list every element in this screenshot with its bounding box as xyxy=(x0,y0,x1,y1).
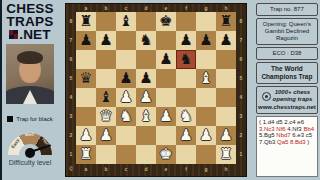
square-b2[interactable]: ♟ xyxy=(96,126,116,145)
square-e1[interactable]: ♚ xyxy=(156,145,176,164)
square-a8[interactable]: ♜ xyxy=(76,12,96,31)
coord-label-6: 6 xyxy=(236,50,246,69)
square-d2[interactable] xyxy=(136,126,156,145)
square-f4[interactable] xyxy=(176,88,196,107)
square-h3[interactable] xyxy=(216,107,236,126)
square-c2[interactable] xyxy=(116,126,136,145)
square-b3[interactable]: ♛ xyxy=(96,107,116,126)
white-pawn: ♟ xyxy=(96,126,116,145)
board-corner-mark: © xyxy=(66,164,76,176)
square-e2[interactable] xyxy=(156,126,176,145)
square-d5[interactable]: ♟ xyxy=(136,69,156,88)
square-e8[interactable]: ♚ xyxy=(156,12,176,31)
presenter-photo xyxy=(6,44,54,104)
square-d6[interactable] xyxy=(136,50,156,69)
coord-label-3: 3 xyxy=(66,107,76,126)
square-g8[interactable] xyxy=(196,12,216,31)
white-pawn: ♟ xyxy=(156,107,176,126)
coord-label-4: 4 xyxy=(66,88,76,107)
square-h5[interactable] xyxy=(216,69,236,88)
coord-label-a: a xyxy=(76,164,96,176)
coord-label-3: 3 xyxy=(236,107,246,126)
trap-for-label: Trap for black xyxy=(16,116,52,122)
square-c5[interactable]: ♟ xyxy=(116,69,136,88)
chesstraps-logo: CHESS TRAPS .NET xyxy=(6,2,54,41)
video-frame: CHESS TRAPS .NET Trap for black Easy Med… xyxy=(0,0,320,180)
square-a3[interactable] xyxy=(76,107,96,126)
board-area: abcdefgh 87654321 ♜♝♚♜♟♟♞♟♟♟♟♞♛♟♟♝♝♟♟♛♞♝… xyxy=(58,0,254,180)
square-c6[interactable] xyxy=(116,50,136,69)
trap-number-box: Trap no. 877 xyxy=(256,3,318,16)
white-bishop: ♝ xyxy=(136,107,156,126)
square-d8[interactable] xyxy=(136,12,156,31)
black-pawn: ♟ xyxy=(196,31,216,50)
eco-box: ECO : D38 xyxy=(256,47,318,60)
board-frame: abcdefgh 87654321 ♜♝♚♜♟♟♞♟♟♟♟♞♛♟♟♝♝♟♟♛♞♝… xyxy=(66,4,246,176)
square-g3[interactable] xyxy=(196,107,216,126)
white-knight: ♞ xyxy=(116,107,136,126)
white-pawn: ♟ xyxy=(216,126,236,145)
square-f5[interactable] xyxy=(176,69,196,88)
coord-label-2: 2 xyxy=(66,126,76,145)
square-h1[interactable]: ♜ xyxy=(216,145,236,164)
square-b8[interactable] xyxy=(96,12,116,31)
white-rook: ♜ xyxy=(76,145,96,164)
coord-label-d: d xyxy=(136,164,156,176)
square-f7[interactable]: ♟ xyxy=(176,31,196,50)
rank-labels-left: 87654321 xyxy=(66,12,76,164)
coord-label-1: 1 xyxy=(66,145,76,164)
square-a2[interactable]: ♟ xyxy=(76,126,96,145)
difficulty-gauge: Easy Med Hard xyxy=(7,131,53,155)
gauge-hub xyxy=(25,148,35,158)
promo-line-1: 1000+ chess xyxy=(275,89,311,95)
square-g7[interactable]: ♟ xyxy=(196,31,216,50)
black-pawn: ♟ xyxy=(76,31,96,50)
square-b6[interactable] xyxy=(96,50,116,69)
coord-label-c: c xyxy=(116,164,136,176)
square-g5[interactable]: ♝ xyxy=(196,69,216,88)
black-bishop: ♝ xyxy=(96,88,116,107)
black-pawn: ♟ xyxy=(216,31,236,50)
black-king: ♚ xyxy=(156,12,176,31)
rank-labels-right: 87654321 xyxy=(236,12,246,164)
black-pawn: ♟ xyxy=(116,69,136,88)
right-sidebar: Trap no. 877 Opening: Queen's Gambit Dec… xyxy=(254,0,320,180)
white-pawn: ♟ xyxy=(116,88,136,107)
coord-label-6: 6 xyxy=(66,50,76,69)
square-b7[interactable]: ♟ xyxy=(96,31,116,50)
square-h8[interactable]: ♜ xyxy=(216,12,236,31)
white-queen: ♛ xyxy=(96,107,116,126)
black-knight: ♞ xyxy=(176,50,196,69)
moves-text: ( 1.d4 d5 2.c4 e6 3.Nc3 Nf6 4.Nf3 Bb4 5.… xyxy=(259,119,314,145)
square-b5[interactable] xyxy=(96,69,116,88)
black-knight: ♞ xyxy=(136,31,156,50)
coord-label-h: h xyxy=(216,164,236,176)
coord-label-7: 7 xyxy=(66,31,76,50)
file-labels-top: abcdefgh xyxy=(76,4,236,12)
black-pawn: ♟ xyxy=(96,31,116,50)
black-pawn: ♟ xyxy=(176,31,196,50)
presenter-hair xyxy=(17,51,43,64)
coord-label-1: 1 xyxy=(236,145,246,164)
left-sidebar: CHESS TRAPS .NET Trap for black Easy Med… xyxy=(2,0,58,180)
square-d4[interactable]: ♟ xyxy=(136,88,156,107)
white-king: ♚ xyxy=(156,145,176,164)
black-rook: ♜ xyxy=(76,12,96,31)
square-h2[interactable]: ♟ xyxy=(216,126,236,145)
square-d7[interactable]: ♞ xyxy=(136,31,156,50)
logo-line-3: .NET xyxy=(19,28,51,41)
promo-line-2: opening traps xyxy=(273,96,313,102)
square-e7[interactable] xyxy=(156,31,176,50)
white-pawn: ♟ xyxy=(136,88,156,107)
square-c4[interactable]: ♟ xyxy=(116,88,136,107)
black-side-icon xyxy=(7,116,13,122)
square-e6[interactable]: ♟ xyxy=(156,50,176,69)
coord-label-4: 4 xyxy=(236,88,246,107)
square-c7[interactable] xyxy=(116,31,136,50)
square-g4[interactable] xyxy=(196,88,216,107)
square-e4[interactable] xyxy=(156,88,176,107)
coord-label-f: f xyxy=(176,164,196,176)
square-g2[interactable]: ♟ xyxy=(196,126,216,145)
square-a5[interactable]: ♛ xyxy=(76,69,96,88)
square-e5[interactable] xyxy=(156,69,176,88)
white-rook: ♜ xyxy=(216,145,236,164)
square-b4[interactable]: ♝ xyxy=(96,88,116,107)
coord-label-e: e xyxy=(156,164,176,176)
trap-name-box: The World Champions Trap xyxy=(256,62,318,84)
white-pawn: ♟ xyxy=(196,126,216,145)
coord-label-b: b xyxy=(96,164,116,176)
difficulty-label: Difficulty level xyxy=(9,159,52,166)
square-a1[interactable]: ♜ xyxy=(76,145,96,164)
coord-label-g: g xyxy=(196,164,216,176)
chessboard-icon xyxy=(9,30,18,39)
coord-label-5: 5 xyxy=(236,69,246,88)
white-pawn: ♟ xyxy=(76,126,96,145)
square-a6[interactable] xyxy=(76,50,96,69)
square-d1[interactable] xyxy=(136,145,156,164)
white-bishop: ♝ xyxy=(196,69,216,88)
promo-box: 1000+ chess opening traps www.chesstraps… xyxy=(256,86,318,114)
coord-label-2: 2 xyxy=(236,126,246,145)
white-knight: ♞ xyxy=(176,107,196,126)
square-g6[interactable] xyxy=(196,50,216,69)
square-e3[interactable]: ♟ xyxy=(156,107,176,126)
chesstraps-badge-icon xyxy=(262,92,271,101)
square-f3[interactable]: ♞ xyxy=(176,107,196,126)
square-c1[interactable] xyxy=(116,145,136,164)
opening-box: Opening: Queen's Gambit Declined Ragozin xyxy=(256,18,318,45)
square-b1[interactable] xyxy=(96,145,116,164)
black-pawn: ♟ xyxy=(156,50,176,69)
square-d3[interactable]: ♝ xyxy=(136,107,156,126)
square-f8[interactable] xyxy=(176,12,196,31)
trap-for-row: Trap for black xyxy=(7,116,52,122)
black-pawn: ♟ xyxy=(136,69,156,88)
coord-label-8: 8 xyxy=(66,12,76,31)
square-c8[interactable]: ♝ xyxy=(116,12,136,31)
square-h6[interactable] xyxy=(216,50,236,69)
coord-label-7: 7 xyxy=(236,31,246,50)
square-c3[interactable]: ♞ xyxy=(116,107,136,126)
white-pawn: ♟ xyxy=(176,126,196,145)
square-g1[interactable] xyxy=(196,145,216,164)
square-h4[interactable] xyxy=(216,88,236,107)
file-labels-bottom: abcdefgh xyxy=(76,164,236,176)
promo-url[interactable]: www.chesstraps.net xyxy=(258,104,316,111)
square-f1[interactable] xyxy=(176,145,196,164)
square-a4[interactable] xyxy=(76,88,96,107)
square-h7[interactable]: ♟ xyxy=(216,31,236,50)
square-f6[interactable]: ♞ xyxy=(176,50,196,69)
black-rook: ♜ xyxy=(216,12,236,31)
board[interactable]: ♜♝♚♜♟♟♞♟♟♟♟♞♛♟♟♝♝♟♟♛♞♝♟♞♟♟♟♟♟♜♚♜ xyxy=(76,12,236,164)
gauge-label-med: Med xyxy=(25,132,34,138)
coord-label-5: 5 xyxy=(66,69,76,88)
black-queen: ♛ xyxy=(76,69,96,88)
square-a7[interactable]: ♟ xyxy=(76,31,96,50)
coord-label-8: 8 xyxy=(236,12,246,31)
square-f2[interactable]: ♟ xyxy=(176,126,196,145)
black-bishop: ♝ xyxy=(116,12,136,31)
moves-box: ( 1.d4 d5 2.c4 e6 3.Nc3 Nf6 4.Nf3 Bb4 5.… xyxy=(256,116,318,177)
